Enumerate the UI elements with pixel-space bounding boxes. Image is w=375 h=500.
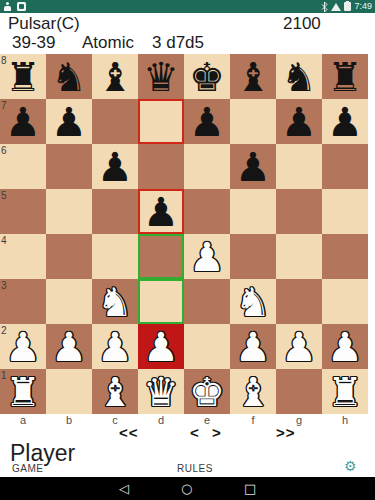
- person-icon: [4, 2, 11, 11]
- last-move-label: 3 d7d5: [152, 33, 204, 53]
- white-pawn-c2: ♟: [97, 327, 133, 367]
- white-rook-h1: ♜: [327, 372, 363, 412]
- square-d5[interactable]: ♟: [138, 189, 184, 234]
- status-clock: 7:49: [354, 0, 372, 13]
- square-c4[interactable]: [92, 234, 138, 279]
- square-c1[interactable]: ♝: [92, 369, 138, 414]
- rank-label-3: 3: [1, 280, 7, 291]
- bluetooth-icon: [321, 2, 328, 12]
- engine-rating: 2100: [283, 14, 321, 34]
- square-f5[interactable]: [230, 189, 276, 234]
- square-c3[interactable]: ♞: [92, 279, 138, 324]
- square-e2[interactable]: [184, 324, 230, 369]
- square-c8[interactable]: ♝: [92, 54, 138, 99]
- white-pawn-b2: ♟: [51, 327, 87, 367]
- square-d2[interactable]: ♟: [138, 324, 184, 369]
- rank-label-1: 1: [1, 370, 7, 381]
- square-e7[interactable]: ♟: [184, 99, 230, 144]
- black-knight-g8: ♞: [281, 57, 317, 97]
- square-f1[interactable]: ♝: [230, 369, 276, 414]
- android-status-bar: 7:49: [0, 0, 375, 13]
- square-e5[interactable]: [184, 189, 230, 234]
- next-move-button[interactable]: >: [212, 424, 222, 441]
- square-f6[interactable]: ♟: [230, 144, 276, 189]
- white-pawn-h2: ♟: [327, 327, 363, 367]
- black-knight-b8: ♞: [51, 57, 87, 97]
- black-bishop-c8: ♝: [97, 57, 133, 97]
- white-bishop-c1: ♝: [97, 372, 133, 412]
- square-g2[interactable]: ♟: [276, 324, 322, 369]
- square-d4[interactable]: [138, 234, 184, 279]
- rank-label-8: 8: [1, 55, 7, 66]
- black-queen-d8: ♛: [143, 57, 179, 97]
- white-knight-f3: ♞: [235, 282, 271, 322]
- square-f8[interactable]: ♝: [230, 54, 276, 99]
- file-label-a: a: [0, 414, 46, 426]
- white-bishop-f1: ♝: [235, 372, 271, 412]
- square-f4[interactable]: [230, 234, 276, 279]
- square-b3[interactable]: [46, 279, 92, 324]
- black-pawn-a7: ♟: [5, 102, 41, 142]
- square-g5[interactable]: [276, 189, 322, 234]
- square-d3[interactable]: [138, 279, 184, 324]
- black-king-e8: ♚: [189, 57, 225, 97]
- rank-label-6: 6: [1, 145, 7, 156]
- black-bishop-f8: ♝: [235, 57, 271, 97]
- square-h6[interactable]: [322, 144, 368, 189]
- square-e8[interactable]: ♚: [184, 54, 230, 99]
- square-f2[interactable]: ♟: [230, 324, 276, 369]
- square-a4[interactable]: 4: [0, 234, 46, 279]
- menu-game-button[interactable]: GAME: [12, 463, 43, 474]
- battery-icon: [344, 2, 351, 11]
- square-a7[interactable]: 7♟: [0, 99, 46, 144]
- black-pawn-c6: ♟: [97, 147, 133, 187]
- white-pawn-d2: ♟: [143, 327, 179, 367]
- black-pawn-b7: ♟: [51, 102, 87, 142]
- square-c6[interactable]: ♟: [92, 144, 138, 189]
- square-h8[interactable]: ♜: [322, 54, 368, 99]
- square-b1[interactable]: [46, 369, 92, 414]
- square-f3[interactable]: ♞: [230, 279, 276, 324]
- square-g1[interactable]: [276, 369, 322, 414]
- menu-rules-button[interactable]: RULES: [177, 463, 213, 474]
- white-pawn-f2: ♟: [235, 327, 271, 367]
- rank-label-7: 7: [1, 100, 7, 111]
- square-b8[interactable]: ♞: [46, 54, 92, 99]
- file-label-h: h: [322, 414, 368, 426]
- white-rook-a1: ♜: [5, 372, 41, 412]
- wifi-icon: [331, 3, 341, 11]
- black-pawn-d5: ♟: [143, 192, 179, 232]
- file-label-d: d: [138, 414, 184, 426]
- rank-label-4: 4: [1, 235, 7, 246]
- square-c7[interactable]: [92, 99, 138, 144]
- square-g7[interactable]: ♟: [276, 99, 322, 144]
- square-h7[interactable]: ♟: [322, 99, 368, 144]
- settings-gear-icon[interactable]: ⚙: [344, 458, 357, 474]
- square-c5[interactable]: [92, 189, 138, 234]
- square-a1[interactable]: 1♜: [0, 369, 46, 414]
- white-king-e1: ♚: [189, 372, 225, 412]
- white-pawn-g2: ♟: [281, 327, 317, 367]
- square-h4[interactable]: [322, 234, 368, 279]
- file-labels: abcdefgh: [0, 414, 368, 426]
- square-e6[interactable]: [184, 144, 230, 189]
- black-pawn-e7: ♟: [189, 102, 225, 142]
- rank-label-2: 2: [1, 325, 7, 336]
- variant-label: Atomic: [82, 33, 134, 53]
- square-f7[interactable]: [230, 99, 276, 144]
- square-b6[interactable]: [46, 144, 92, 189]
- chess-board: 8♜♞♝♛♚♝♞♜7♟♟♟♟♟6♟♟5♟4♟3♞♞2♟♟♟♟♟♟♟1♜♝♛♚♝♜: [0, 54, 368, 414]
- square-b7[interactable]: ♟: [46, 99, 92, 144]
- android-home-button[interactable]: ○: [181, 477, 192, 500]
- square-a3[interactable]: 3: [0, 279, 46, 324]
- black-rook-h8: ♜: [327, 57, 363, 97]
- black-pawn-g7: ♟: [281, 102, 317, 142]
- rank-label-5: 5: [1, 190, 7, 201]
- square-a5[interactable]: 5: [0, 189, 46, 234]
- white-queen-d1: ♛: [143, 372, 179, 412]
- square-g6[interactable]: [276, 144, 322, 189]
- square-e3[interactable]: [184, 279, 230, 324]
- square-c2[interactable]: ♟: [92, 324, 138, 369]
- square-e1[interactable]: ♚: [184, 369, 230, 414]
- app-window: 7:49 Pulsar(C) 2100 39-39 Atomic 3 d7d5 …: [0, 0, 375, 500]
- square-e4[interactable]: ♟: [184, 234, 230, 279]
- sim-card-icon: [17, 2, 26, 11]
- square-h2[interactable]: ♟: [322, 324, 368, 369]
- square-d7[interactable]: [138, 99, 184, 144]
- square-h3[interactable]: [322, 279, 368, 324]
- android-recents-button[interactable]: □: [244, 477, 256, 500]
- prev-move-button[interactable]: <: [190, 424, 200, 441]
- file-label-b: b: [46, 414, 92, 426]
- android-back-button[interactable]: ◁: [119, 477, 129, 500]
- black-rook-a8: ♜: [5, 57, 41, 97]
- white-pawn-a2: ♟: [5, 327, 41, 367]
- square-g3[interactable]: [276, 279, 322, 324]
- last-move-button[interactable]: >>: [276, 424, 296, 441]
- square-b2[interactable]: ♟: [46, 324, 92, 369]
- square-a2[interactable]: 2♟: [0, 324, 46, 369]
- square-d6[interactable]: [138, 144, 184, 189]
- square-d1[interactable]: ♛: [138, 369, 184, 414]
- black-pawn-f6: ♟: [235, 147, 271, 187]
- square-d8[interactable]: ♛: [138, 54, 184, 99]
- square-g8[interactable]: ♞: [276, 54, 322, 99]
- game-clock: 39-39: [12, 33, 55, 53]
- square-b5[interactable]: [46, 189, 92, 234]
- file-label-f: f: [230, 414, 276, 426]
- square-a6[interactable]: 6: [0, 144, 46, 189]
- square-h5[interactable]: [322, 189, 368, 234]
- white-knight-c3: ♞: [97, 282, 133, 322]
- square-h1[interactable]: ♜: [322, 369, 368, 414]
- white-pawn-e4: ♟: [189, 237, 225, 277]
- android-nav-bar: ◁ ○ □: [0, 477, 375, 500]
- square-g4[interactable]: [276, 234, 322, 279]
- square-b4[interactable]: [46, 234, 92, 279]
- square-a8[interactable]: 8♜: [0, 54, 46, 99]
- black-pawn-h7: ♟: [327, 102, 363, 142]
- first-move-button[interactable]: <<: [119, 424, 139, 441]
